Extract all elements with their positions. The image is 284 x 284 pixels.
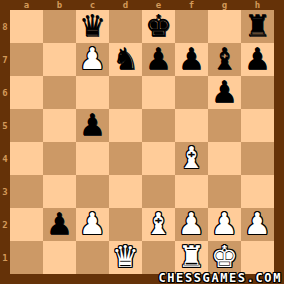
black-bishop-g7[interactable]: ♝ bbox=[211, 44, 238, 74]
square-e5[interactable] bbox=[142, 109, 175, 142]
site-watermark: CHESSGAMES.COM bbox=[158, 271, 282, 284]
white-pawn-c7[interactable]: ♟ bbox=[79, 44, 106, 74]
square-d3[interactable] bbox=[109, 175, 142, 208]
square-b8[interactable] bbox=[43, 10, 76, 43]
square-b3[interactable] bbox=[43, 175, 76, 208]
white-pawn-h2[interactable]: ♟ bbox=[244, 209, 271, 239]
rank-label-5: 5 bbox=[0, 109, 10, 142]
square-e3[interactable] bbox=[142, 175, 175, 208]
square-e2[interactable]: ♝ bbox=[142, 208, 175, 241]
square-b1[interactable] bbox=[43, 241, 76, 274]
square-c1[interactable] bbox=[76, 241, 109, 274]
square-d4[interactable] bbox=[109, 142, 142, 175]
chess-board: ♛♚♜♟♞♟♟♝♟♟♟♝♟♟♝♟♟♟♛♜♚ bbox=[10, 10, 274, 274]
file-label-g: g bbox=[208, 0, 241, 10]
square-d6[interactable] bbox=[109, 76, 142, 109]
black-rook-h8[interactable]: ♜ bbox=[244, 11, 271, 41]
square-d8[interactable] bbox=[109, 10, 142, 43]
square-c5[interactable]: ♟ bbox=[76, 109, 109, 142]
white-bishop-e2[interactable]: ♝ bbox=[145, 209, 172, 239]
chess-board-frame: abcdefgh 87654321 ♛♚♜♟♞♟♟♝♟♟♟♝♟♟♝♟♟♟♛♜♚ … bbox=[0, 0, 284, 284]
white-pawn-g2[interactable]: ♟ bbox=[211, 209, 238, 239]
square-c6[interactable] bbox=[76, 76, 109, 109]
square-c2[interactable]: ♟ bbox=[76, 208, 109, 241]
square-f3[interactable] bbox=[175, 175, 208, 208]
black-queen-c8[interactable]: ♛ bbox=[79, 11, 106, 41]
file-label-f: f bbox=[175, 0, 208, 10]
square-b5[interactable] bbox=[43, 109, 76, 142]
square-d7[interactable]: ♞ bbox=[109, 43, 142, 76]
square-h1[interactable] bbox=[241, 241, 274, 274]
square-h6[interactable] bbox=[241, 76, 274, 109]
square-h2[interactable]: ♟ bbox=[241, 208, 274, 241]
square-b4[interactable] bbox=[43, 142, 76, 175]
square-f2[interactable]: ♟ bbox=[175, 208, 208, 241]
square-f5[interactable] bbox=[175, 109, 208, 142]
square-b2[interactable]: ♟ bbox=[43, 208, 76, 241]
square-g8[interactable] bbox=[208, 10, 241, 43]
square-a4[interactable] bbox=[10, 142, 43, 175]
file-label-d: d bbox=[109, 0, 142, 10]
black-pawn-e7[interactable]: ♟ bbox=[145, 44, 172, 74]
square-g5[interactable] bbox=[208, 109, 241, 142]
black-pawn-g6[interactable]: ♟ bbox=[211, 77, 238, 107]
square-c7[interactable]: ♟ bbox=[76, 43, 109, 76]
square-e6[interactable] bbox=[142, 76, 175, 109]
rank-label-7: 7 bbox=[0, 43, 10, 76]
rank-label-1: 1 bbox=[0, 241, 10, 274]
white-queen-d1[interactable]: ♛ bbox=[112, 242, 139, 272]
white-king-g1[interactable]: ♚ bbox=[211, 242, 238, 272]
rank-label-8: 8 bbox=[0, 10, 10, 43]
rank-label-6: 6 bbox=[0, 76, 10, 109]
file-label-b: b bbox=[43, 0, 76, 10]
rank-label-3: 3 bbox=[0, 175, 10, 208]
black-knight-d7[interactable]: ♞ bbox=[112, 44, 139, 74]
white-bishop-f4[interactable]: ♝ bbox=[178, 143, 205, 173]
square-a5[interactable] bbox=[10, 109, 43, 142]
black-pawn-f7[interactable]: ♟ bbox=[178, 44, 205, 74]
square-h8[interactable]: ♜ bbox=[241, 10, 274, 43]
square-d5[interactable] bbox=[109, 109, 142, 142]
black-pawn-c5[interactable]: ♟ bbox=[79, 110, 106, 140]
square-a2[interactable] bbox=[10, 208, 43, 241]
file-label-a: a bbox=[10, 0, 43, 10]
rank-label-2: 2 bbox=[0, 208, 10, 241]
square-g4[interactable] bbox=[208, 142, 241, 175]
file-labels-row: abcdefgh bbox=[10, 0, 274, 10]
square-d1[interactable]: ♛ bbox=[109, 241, 142, 274]
square-f7[interactable]: ♟ bbox=[175, 43, 208, 76]
black-pawn-h7[interactable]: ♟ bbox=[244, 44, 271, 74]
square-c4[interactable] bbox=[76, 142, 109, 175]
square-e7[interactable]: ♟ bbox=[142, 43, 175, 76]
square-e8[interactable]: ♚ bbox=[142, 10, 175, 43]
square-a3[interactable] bbox=[10, 175, 43, 208]
square-a7[interactable] bbox=[10, 43, 43, 76]
black-pawn-b2[interactable]: ♟ bbox=[46, 209, 73, 239]
square-a1[interactable] bbox=[10, 241, 43, 274]
square-b6[interactable] bbox=[43, 76, 76, 109]
square-d2[interactable] bbox=[109, 208, 142, 241]
square-g6[interactable]: ♟ bbox=[208, 76, 241, 109]
square-g3[interactable] bbox=[208, 175, 241, 208]
rank-label-4: 4 bbox=[0, 142, 10, 175]
square-h4[interactable] bbox=[241, 142, 274, 175]
square-g2[interactable]: ♟ bbox=[208, 208, 241, 241]
square-h3[interactable] bbox=[241, 175, 274, 208]
white-pawn-c2[interactable]: ♟ bbox=[79, 209, 106, 239]
square-h5[interactable] bbox=[241, 109, 274, 142]
square-c8[interactable]: ♛ bbox=[76, 10, 109, 43]
square-b7[interactable] bbox=[43, 43, 76, 76]
rank-labels-column: 87654321 bbox=[0, 10, 10, 274]
square-f1[interactable]: ♜ bbox=[175, 241, 208, 274]
square-e1[interactable] bbox=[142, 241, 175, 274]
square-f8[interactable] bbox=[175, 10, 208, 43]
square-e4[interactable] bbox=[142, 142, 175, 175]
white-rook-f1[interactable]: ♜ bbox=[178, 242, 205, 272]
square-f6[interactable] bbox=[175, 76, 208, 109]
black-king-e8[interactable]: ♚ bbox=[145, 11, 172, 41]
square-g1[interactable]: ♚ bbox=[208, 241, 241, 274]
square-f4[interactable]: ♝ bbox=[175, 142, 208, 175]
square-c3[interactable] bbox=[76, 175, 109, 208]
square-a8[interactable] bbox=[10, 10, 43, 43]
white-pawn-f2[interactable]: ♟ bbox=[178, 209, 205, 239]
square-g7[interactable]: ♝ bbox=[208, 43, 241, 76]
square-a6[interactable] bbox=[10, 76, 43, 109]
square-h7[interactable]: ♟ bbox=[241, 43, 274, 76]
